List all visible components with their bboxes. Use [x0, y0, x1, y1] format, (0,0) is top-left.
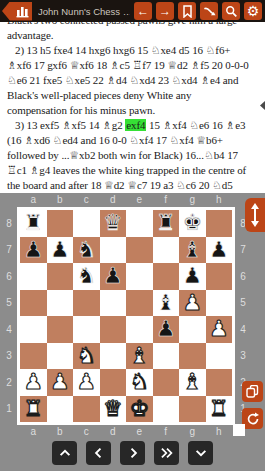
move-navigation-bar	[0, 441, 265, 465]
square-e3[interactable]: ♝	[126, 343, 153, 370]
chevron-down-icon	[193, 445, 209, 461]
square-e1[interactable]: ♚	[126, 396, 153, 423]
square-a2[interactable]: ♟	[20, 369, 47, 396]
square-d6[interactable]: ♟	[100, 263, 127, 290]
chevron-left-icon	[91, 445, 107, 461]
square-b5[interactable]	[47, 290, 74, 317]
text-segment: 15 ♗xf4 ♘e6 16 ♗e3	[146, 119, 245, 131]
rotate-board-button[interactable]	[242, 408, 263, 429]
square-f3[interactable]	[153, 343, 180, 370]
square-g4[interactable]	[179, 316, 206, 343]
text-line: followed by ...♕xb2 both win for Black) …	[0, 148, 265, 163]
nav-back-button[interactable]	[86, 441, 111, 465]
square-g2[interactable]: ♝	[179, 369, 206, 396]
search-icon	[225, 5, 238, 18]
rank-label: 6	[236, 263, 250, 290]
flip-board-button[interactable]	[245, 198, 265, 232]
rank-label: 7	[236, 237, 250, 264]
search-button[interactable]	[222, 2, 240, 20]
square-a3[interactable]	[20, 343, 47, 370]
black-pawn-piece: ♟	[209, 237, 229, 264]
text-line: (16 ♗xd6 ♘ed4 and 16 0-0 ♘xf4 17 ♘xf4 ♕b…	[0, 133, 265, 148]
square-a8[interactable]: ♜	[20, 210, 47, 237]
text-line: 2) 13 h5 fxe4 14 hxg6 hxg6 15 ♘xe4 d5 16…	[0, 43, 265, 58]
rank-label: 2	[2, 369, 16, 396]
file-label: h	[206, 425, 233, 438]
file-label: f	[153, 425, 180, 438]
file-labels-bottom: abcdefgh	[20, 425, 232, 438]
copy-icon	[246, 385, 259, 398]
library-chart-back-icon	[16, 5, 29, 18]
white-pawn-piece: ♟	[23, 369, 43, 396]
square-c6[interactable]: ♞	[73, 263, 100, 290]
file-label: e	[126, 425, 153, 438]
square-g5[interactable]: ♟	[179, 290, 206, 317]
file-label: c	[73, 425, 100, 438]
file-label: g	[179, 425, 206, 438]
square-c8[interactable]	[73, 210, 100, 237]
nav-forward-button[interactable]	[120, 441, 145, 465]
square-d7[interactable]	[100, 237, 127, 264]
square-h4[interactable]: ♟	[206, 316, 233, 343]
white-queen-piece: ♛	[103, 396, 123, 423]
chess-board[interactable]: ♜♛♜♚♟♟♞♝♟♞♟♟♝♟♟♟♞♝♟♟♟♞♝♜♛♚♜	[17, 207, 235, 425]
text-line-current: 3) 13 exf5 ♗xf5 14 ♗g2 exf4 15 ♗xf4 ♘e6 …	[0, 118, 265, 133]
black-knight-piece: ♞	[76, 237, 96, 264]
current-move-highlight[interactable]: exf4	[125, 119, 146, 131]
white-knight-piece: ♞	[129, 369, 149, 396]
text-line: Black's well-placed pieces deny White an…	[0, 88, 265, 103]
square-d4[interactable]	[100, 316, 127, 343]
rank-label: 6	[2, 263, 16, 290]
black-pawn-piece: ♟	[103, 263, 123, 290]
square-f6[interactable]	[153, 263, 180, 290]
square-a1[interactable]: ♜	[20, 396, 47, 423]
text-line: advantage.	[0, 28, 265, 43]
back-button[interactable]: ←	[134, 2, 152, 20]
square-f1[interactable]	[153, 396, 180, 423]
toolbar-buttons: ← → ⚙	[134, 2, 262, 20]
square-a7[interactable]: ♟	[20, 237, 47, 264]
square-h5[interactable]	[206, 290, 233, 317]
bookmark-icon	[182, 5, 193, 18]
square-h1[interactable]: ♜	[206, 396, 233, 423]
square-h7[interactable]: ♟	[206, 237, 233, 264]
file-label: a	[20, 425, 47, 438]
square-b2[interactable]: ♟	[47, 369, 74, 396]
copy-position-button[interactable]	[242, 381, 263, 402]
square-g1[interactable]	[179, 396, 206, 423]
square-c1[interactable]	[73, 396, 100, 423]
chevron-up-icon	[57, 445, 73, 461]
chevron-right-icon	[125, 445, 141, 461]
white-king-piece: ♚	[129, 396, 149, 423]
square-h6[interactable]	[206, 263, 233, 290]
top-toolbar: John Nunn's Chess … ← → ⚙	[0, 0, 265, 22]
square-c7[interactable]: ♞	[73, 237, 100, 264]
forward-button[interactable]: →	[156, 2, 174, 20]
square-g3[interactable]	[179, 343, 206, 370]
file-label: g	[179, 193, 206, 206]
moves-arrow-icon	[203, 5, 216, 18]
square-b8[interactable]	[47, 210, 74, 237]
square-d1[interactable]: ♛	[100, 396, 127, 423]
board-area: abcdefgh abcdefgh 87654321 87654321 ♜♛♜♚…	[0, 193, 265, 471]
arrow-right-icon: →	[159, 5, 171, 17]
text-line: the board and after 18 ♕d2 ♕c7 19 a3 ♘c6…	[0, 178, 265, 193]
square-f8[interactable]: ♜	[153, 210, 180, 237]
text-line: ♖c1 ♗g4 leaves the white king trapped in…	[0, 163, 265, 178]
square-g8[interactable]: ♚	[179, 210, 206, 237]
square-e5[interactable]	[126, 290, 153, 317]
app-screen: John Nunn's Chess … ← → ⚙	[0, 0, 265, 471]
file-label: a	[20, 193, 47, 206]
bookmark-button[interactable]	[178, 2, 196, 20]
black-rook-piece: ♜	[156, 210, 176, 237]
annotation-text: Black's two connected passed pawns give …	[0, 22, 265, 193]
white-pawn-piece: ♟	[76, 369, 96, 396]
square-f7[interactable]	[153, 237, 180, 264]
book-title: John Nunn's Chess …	[38, 6, 130, 17]
black-knight-piece: ♞	[76, 263, 96, 290]
file-label: b	[47, 193, 74, 206]
black-bishop-piece: ♝	[182, 237, 202, 264]
nav-forward-fast-button[interactable]	[154, 441, 179, 465]
file-label: e	[126, 193, 153, 206]
square-h8[interactable]	[206, 210, 233, 237]
black-bishop-piece: ♝	[156, 290, 176, 317]
nav-down-button[interactable]	[188, 441, 213, 465]
rank-label: 4	[2, 316, 16, 343]
square-c3[interactable]: ♞	[73, 343, 100, 370]
square-e4[interactable]	[126, 316, 153, 343]
square-a5[interactable]	[20, 290, 47, 317]
square-f4[interactable]: ♟	[153, 316, 180, 343]
file-label: d	[100, 193, 127, 206]
black-pawn-piece: ♟	[23, 237, 43, 264]
square-b4[interactable]	[47, 316, 74, 343]
white-pawn-piece: ♟	[209, 316, 229, 343]
text-line: compensation for his minus pawn.	[0, 103, 265, 118]
double-chevron-right-icon	[159, 445, 175, 461]
square-c4[interactable]	[73, 316, 100, 343]
square-a4[interactable]	[20, 316, 47, 343]
black-pawn-piece: ♟	[50, 237, 70, 264]
square-f2[interactable]	[153, 369, 180, 396]
text-line: ♗xf6 17 gxf6 ♕xf6 18 ♗c5 ♖f7 19 ♕d2 ♗f5 …	[0, 58, 265, 73]
rank-label: 8	[2, 210, 16, 237]
square-b6[interactable]	[47, 263, 74, 290]
rank-labels-left: 87654321	[2, 210, 16, 422]
file-label: b	[47, 425, 74, 438]
file-labels-top: abcdefgh	[20, 193, 232, 206]
arrow-left-icon: ←	[137, 5, 149, 17]
library-chart-back-button[interactable]	[2, 2, 32, 21]
square-h3[interactable]	[206, 343, 233, 370]
square-b1[interactable]	[47, 396, 74, 423]
square-d8[interactable]: ♛	[100, 210, 127, 237]
square-d3[interactable]	[100, 343, 127, 370]
square-d2[interactable]	[100, 369, 127, 396]
rank-label: 1	[2, 396, 16, 423]
white-knight-piece: ♞	[76, 343, 96, 370]
rank-label: 5	[236, 290, 250, 317]
white-pawn-piece: ♟	[182, 290, 202, 317]
square-a6[interactable]	[20, 263, 47, 290]
flip-board-icon	[249, 203, 261, 227]
black-pawn-piece: ♟	[182, 263, 202, 290]
file-label: c	[73, 193, 100, 206]
gear-icon: ⚙	[247, 4, 260, 18]
black-rook-piece: ♜	[23, 210, 43, 237]
rank-label: 3	[236, 343, 250, 370]
moves-button[interactable]	[200, 2, 218, 20]
white-pawn-piece: ♟	[50, 369, 70, 396]
file-label: h	[206, 193, 233, 206]
rank-label: 4	[236, 316, 250, 343]
white-rook-piece: ♜	[23, 396, 43, 423]
file-label: d	[100, 425, 127, 438]
square-d5[interactable]	[100, 290, 127, 317]
black-king-piece: ♚	[182, 210, 202, 237]
rank-label: 3	[2, 343, 16, 370]
text-segment: 3) 13 exf5 ♗xf5 14 ♗g2	[15, 119, 125, 131]
square-b7[interactable]: ♟	[47, 237, 74, 264]
square-g7[interactable]: ♝	[179, 237, 206, 264]
square-c2[interactable]: ♟	[73, 369, 100, 396]
square-c5[interactable]	[73, 290, 100, 317]
file-label: f	[153, 193, 180, 206]
square-e6[interactable]	[126, 263, 153, 290]
square-e7[interactable]	[126, 237, 153, 264]
square-e8[interactable]	[126, 210, 153, 237]
black-pawn-piece: ♟	[156, 316, 176, 343]
text-line: ♘e6 21 fxe5 ♘xe5 22 ♗d4 ♘xd4 23 ♘xd4 ♗e4…	[0, 73, 265, 88]
white-bishop-piece: ♝	[129, 343, 149, 370]
square-h2[interactable]	[206, 369, 233, 396]
white-rook-piece: ♜	[209, 396, 229, 423]
nav-up-button[interactable]	[52, 441, 77, 465]
black-queen-piece: ♛	[103, 210, 123, 237]
square-e2[interactable]: ♞	[126, 369, 153, 396]
square-g6[interactable]: ♟	[179, 263, 206, 290]
white-bishop-piece: ♝	[182, 369, 202, 396]
annotation-text-panel[interactable]: Black's two connected passed pawns give …	[0, 22, 265, 193]
square-b3[interactable]	[47, 343, 74, 370]
rotate-board-icon	[246, 412, 260, 426]
side-to-move-indicator	[233, 424, 245, 436]
square-f5[interactable]: ♝	[153, 290, 180, 317]
settings-button[interactable]: ⚙	[244, 2, 262, 20]
rank-label: 5	[2, 290, 16, 317]
rank-label: 7	[2, 237, 16, 264]
